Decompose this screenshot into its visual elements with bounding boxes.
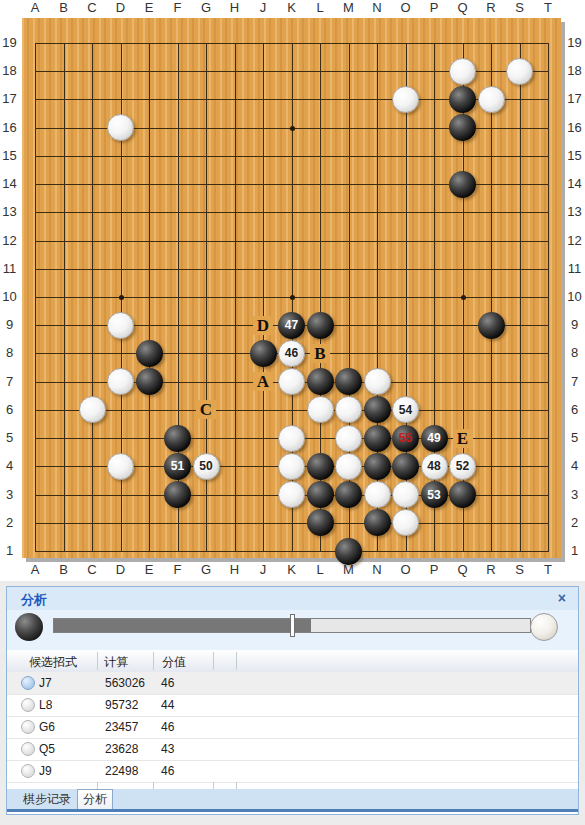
row-label-right: 16 <box>565 120 584 136</box>
col-label-top: N <box>367 0 387 16</box>
go-stone[interactable] <box>364 425 391 452</box>
winrate-thumb[interactable] <box>290 614 295 637</box>
go-stone[interactable] <box>364 481 391 508</box>
col-label-bottom: K <box>282 562 302 578</box>
candidate-move-row[interactable]: Q52362843 <box>7 738 578 761</box>
row-label-right: 11 <box>565 261 584 277</box>
score-value: 43 <box>161 742 174 756</box>
col-label-bottom: S <box>510 562 530 578</box>
go-stone[interactable] <box>449 86 476 113</box>
go-stone[interactable] <box>307 368 334 395</box>
go-stone[interactable] <box>335 481 362 508</box>
row-label-right: 5 <box>565 430 584 446</box>
col-label-top: K <box>282 0 302 16</box>
col-label-top: P <box>424 0 444 16</box>
go-stone[interactable] <box>392 453 419 480</box>
candidate-move-row[interactable]: J92249846 <box>7 760 578 783</box>
board-letter-C: C <box>196 400 216 419</box>
go-stone[interactable]: 47 <box>278 312 305 339</box>
candidate-move: J7 <box>39 676 52 690</box>
grid-line-horizontal <box>35 410 549 411</box>
star-point <box>290 295 295 300</box>
go-stone[interactable] <box>307 509 334 536</box>
go-stone[interactable] <box>278 481 305 508</box>
grid-line-horizontal <box>35 523 549 524</box>
table-header: 候选招式 计算 分值 <box>7 650 578 673</box>
go-stone[interactable] <box>250 340 277 367</box>
go-stone[interactable] <box>364 368 391 395</box>
col-label-bottom: Q <box>453 562 473 578</box>
col-label-bottom: E <box>139 562 159 578</box>
header-score: 分值 <box>162 654 186 671</box>
row-label-left: 7 <box>0 374 19 390</box>
row-label-right: 3 <box>565 487 584 503</box>
col-label-bottom: C <box>82 562 102 578</box>
computation-count: 563026 <box>105 676 145 690</box>
computation-count: 23457 <box>105 720 138 734</box>
row-label-right: 18 <box>565 63 584 79</box>
go-stone[interactable]: 55 <box>392 425 419 452</box>
col-label-top: O <box>396 0 416 16</box>
go-stone[interactable] <box>364 453 391 480</box>
col-label-top: M <box>339 0 359 16</box>
grid-line-vertical <box>491 43 492 552</box>
go-stone[interactable] <box>449 171 476 198</box>
col-label-top: D <box>111 0 131 16</box>
row-label-left: 16 <box>0 120 19 136</box>
analysis-panel: 分析 × 候选招式 计算 分值 J756302646L89573244G6234… <box>6 586 579 815</box>
row-label-left: 19 <box>0 35 19 51</box>
go-stone[interactable] <box>307 396 334 423</box>
empty-row <box>7 782 578 789</box>
go-stone[interactable] <box>364 509 391 536</box>
row-label-right: 17 <box>565 91 584 107</box>
row-label-left: 1 <box>0 543 19 559</box>
go-stone[interactable] <box>107 453 134 480</box>
header-separator <box>213 652 214 670</box>
panel-titlebar: 分析 × <box>7 587 578 610</box>
go-stone[interactable]: 48 <box>421 453 448 480</box>
candidate-move: G6 <box>39 720 55 734</box>
board-letter-E: E <box>453 429 473 448</box>
board-letter-D: D <box>253 316 273 335</box>
col-label-top: G <box>196 0 216 16</box>
go-stone[interactable] <box>164 425 191 452</box>
header-candidate-move: 候选招式 <box>29 654 77 671</box>
col-label-top: R <box>481 0 501 16</box>
col-label-bottom: N <box>367 562 387 578</box>
row-label-right: 2 <box>565 515 584 531</box>
row-label-right: 10 <box>565 289 584 305</box>
go-stone[interactable] <box>335 368 362 395</box>
col-label-bottom: O <box>396 562 416 578</box>
col-label-bottom: P <box>424 562 444 578</box>
go-stone[interactable]: 49 <box>421 425 448 452</box>
row-label-left: 17 <box>0 91 19 107</box>
go-stone[interactable] <box>335 453 362 480</box>
star-point <box>119 295 124 300</box>
col-label-top: Q <box>453 0 473 16</box>
col-label-bottom: J <box>253 562 273 578</box>
grid-line-vertical <box>548 43 549 552</box>
stone-sphere-icon <box>21 720 35 734</box>
star-point <box>290 126 295 131</box>
go-stone[interactable] <box>335 538 362 565</box>
row-label-left: 6 <box>0 402 19 418</box>
score-value: 46 <box>161 720 174 734</box>
computation-count: 23628 <box>105 742 138 756</box>
row-label-right: 15 <box>565 148 584 164</box>
col-label-bottom: H <box>225 562 245 578</box>
row-label-right: 6 <box>565 402 584 418</box>
header-computation: 计算 <box>104 654 128 671</box>
header-separator <box>236 652 237 670</box>
row-label-left: 13 <box>0 204 19 220</box>
board-letter-A: A <box>253 372 273 391</box>
row-label-left: 11 <box>0 261 19 277</box>
tab-analysis[interactable]: 分析 <box>77 789 113 810</box>
stone-sphere-icon <box>21 698 35 712</box>
row-label-right: 9 <box>565 317 584 333</box>
go-stone[interactable] <box>392 481 419 508</box>
move-number: 48 <box>422 454 447 479</box>
go-stone[interactable] <box>478 86 505 113</box>
go-stone[interactable] <box>307 481 334 508</box>
row-label-left: 9 <box>0 317 19 333</box>
go-stone[interactable] <box>136 368 163 395</box>
go-stone[interactable]: 51 <box>164 453 191 480</box>
go-stone[interactable] <box>79 396 106 423</box>
stone-sphere-icon <box>21 676 35 690</box>
row-label-right: 14 <box>565 176 584 192</box>
col-label-top: H <box>225 0 245 16</box>
move-number: 54 <box>393 397 418 422</box>
move-number: 49 <box>421 425 448 452</box>
move-number: 52 <box>450 454 475 479</box>
row-label-right: 7 <box>565 374 584 390</box>
row-label-left: 15 <box>0 148 19 164</box>
go-stone[interactable] <box>278 368 305 395</box>
go-stone[interactable] <box>107 368 134 395</box>
candidate-move: Q5 <box>39 742 55 756</box>
col-label-bottom: D <box>111 562 131 578</box>
col-label-top: A <box>25 0 45 16</box>
star-point <box>461 295 466 300</box>
go-stone[interactable] <box>449 481 476 508</box>
col-label-bottom: L <box>310 562 330 578</box>
grid-line-vertical <box>520 43 521 552</box>
go-stone[interactable] <box>478 312 505 339</box>
row-label-right: 4 <box>565 458 584 474</box>
row-label-left: 3 <box>0 487 19 503</box>
col-label-top: E <box>139 0 159 16</box>
candidate-move: L8 <box>39 698 52 712</box>
row-label-right: 19 <box>565 35 584 51</box>
tab-move-record[interactable]: 棋步记录 <box>23 791 71 808</box>
go-stone[interactable] <box>107 114 134 141</box>
col-label-top: F <box>168 0 188 16</box>
candidate-move: J9 <box>39 764 52 778</box>
panel-title: 分析 <box>21 591 47 609</box>
move-number: 53 <box>421 481 448 508</box>
row-label-left: 10 <box>0 289 19 305</box>
header-separator <box>153 652 154 670</box>
col-label-top: T <box>538 0 558 16</box>
candidate-move-row[interactable]: G62345746 <box>7 716 578 739</box>
col-label-bottom: R <box>481 562 501 578</box>
row-label-left: 8 <box>0 345 19 361</box>
stone-sphere-icon <box>21 764 35 778</box>
close-icon[interactable]: × <box>558 590 566 606</box>
computation-count: 95732 <box>105 698 138 712</box>
go-stone[interactable] <box>449 114 476 141</box>
row-label-left: 18 <box>0 63 19 79</box>
row-label-left: 5 <box>0 430 19 446</box>
board-letter-B: B <box>310 344 330 363</box>
go-stone[interactable] <box>278 453 305 480</box>
stone-sphere-icon <box>21 742 35 756</box>
black-stone-icon <box>15 613 43 641</box>
col-label-bottom: F <box>168 562 188 578</box>
score-value: 46 <box>161 676 174 690</box>
go-stone[interactable]: 50 <box>193 453 220 480</box>
go-stone[interactable] <box>107 312 134 339</box>
header-separator <box>97 652 98 670</box>
col-label-bottom: B <box>54 562 74 578</box>
winrate-strip <box>7 610 578 650</box>
col-label-top: C <box>82 0 102 16</box>
col-label-bottom: G <box>196 562 216 578</box>
grid-line-horizontal <box>35 551 549 552</box>
go-stone[interactable] <box>449 58 476 85</box>
move-number: 50 <box>194 454 219 479</box>
row-label-left: 12 <box>0 233 19 249</box>
panel-bottom-line <box>7 809 578 812</box>
go-stone[interactable]: 54 <box>392 396 419 423</box>
row-label-left: 4 <box>0 458 19 474</box>
candidate-move-row[interactable]: L89573244 <box>7 694 578 717</box>
white-stone-icon <box>530 613 558 641</box>
row-label-right: 13 <box>565 204 584 220</box>
score-value: 46 <box>161 764 174 778</box>
col-label-top: J <box>253 0 273 16</box>
go-stone[interactable]: 53 <box>421 481 448 508</box>
go-stone[interactable] <box>506 58 533 85</box>
go-stone[interactable] <box>392 86 419 113</box>
col-label-top: L <box>310 0 330 16</box>
go-stone[interactable] <box>164 481 191 508</box>
go-stone[interactable]: 52 <box>449 453 476 480</box>
col-label-top: B <box>54 0 74 16</box>
score-value: 44 <box>161 698 174 712</box>
candidate-move-row[interactable]: J756302646 <box>7 672 578 695</box>
row-label-right: 8 <box>565 345 584 361</box>
move-number: 46 <box>279 341 304 366</box>
go-board[interactable]: AABBCCDDEEFFGGHHJJKKLLMMNNOOPPQQRRSSTT19… <box>0 0 585 581</box>
computation-count: 22498 <box>105 764 138 778</box>
go-stone[interactable] <box>307 312 334 339</box>
row-label-left: 2 <box>0 515 19 531</box>
col-label-top: S <box>510 0 530 16</box>
go-stone[interactable] <box>335 425 362 452</box>
row-label-left: 14 <box>0 176 19 192</box>
move-number: 47 <box>278 312 305 339</box>
row-label-right: 1 <box>565 543 584 559</box>
go-stone[interactable] <box>278 425 305 452</box>
row-label-right: 12 <box>565 233 584 249</box>
move-number: 51 <box>164 453 191 480</box>
go-stone[interactable] <box>364 396 391 423</box>
move-number: 55 <box>392 425 419 452</box>
bottom-tab-bar: 棋步记录 分析 <box>7 789 578 809</box>
col-label-bottom: T <box>538 562 558 578</box>
go-stone[interactable]: 46 <box>278 340 305 367</box>
col-label-bottom: A <box>25 562 45 578</box>
go-stone[interactable] <box>136 340 163 367</box>
go-stone[interactable] <box>307 453 334 480</box>
